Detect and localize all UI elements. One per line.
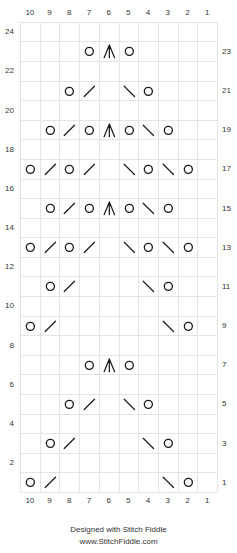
cell-r21-c6 (100, 82, 120, 102)
row-label-left-3 (0, 433, 20, 453)
cell-r2-c1 (198, 454, 218, 473)
cell-r23-c10 (21, 42, 41, 62)
cell-r14-c4 (139, 219, 159, 238)
cell-r23-c9 (41, 42, 61, 62)
cell-r20-c6 (100, 101, 120, 120)
row-label-right-21: 21 (219, 81, 237, 101)
k2tog-icon (80, 238, 99, 257)
cell-r24-c1 (198, 23, 218, 42)
row-label-right-24 (219, 22, 237, 42)
cell-r17-c6 (100, 160, 120, 180)
cell-r13-c5 (120, 238, 140, 258)
cell-r11-c1 (198, 277, 218, 297)
col-label-4: 4 (138, 494, 158, 507)
row-label-left-21 (0, 81, 20, 101)
ssk-icon (120, 82, 139, 101)
cell-r14-c6 (100, 219, 120, 238)
cell-r2-c9 (41, 454, 61, 473)
cell-r1-c7 (80, 473, 100, 493)
row-label-left-8: 8 (0, 335, 20, 355)
cell-r7-c5 (120, 356, 140, 376)
cell-r23-c8 (60, 42, 80, 62)
k2tog-icon (60, 434, 79, 453)
cell-r17-c1 (198, 160, 218, 180)
cell-r20-c10 (21, 101, 41, 120)
cell-r15-c10 (21, 199, 41, 219)
cell-r12-c10 (21, 258, 41, 277)
cell-r2-c10 (21, 454, 41, 473)
row-label-left-2: 2 (0, 453, 20, 473)
cell-r7-c4 (139, 356, 159, 376)
cell-r1-c8 (60, 473, 80, 493)
cell-r5-c1 (198, 395, 218, 415)
cell-r6-c7 (80, 375, 100, 394)
cell-r24-c6 (100, 23, 120, 42)
k2tog-icon (80, 395, 99, 414)
row-label-right-20 (219, 100, 237, 120)
yarn-over-icon (60, 238, 79, 257)
cell-r21-c2 (179, 82, 199, 102)
cell-r21-c4 (139, 82, 159, 102)
cell-r3-c4 (139, 434, 159, 454)
cell-r23-c5 (120, 42, 140, 62)
cell-r2-c6 (100, 454, 120, 473)
row-label-right-4 (219, 414, 237, 434)
row-label-left-24: 24 (0, 22, 20, 42)
row-label-left-15 (0, 198, 20, 218)
row-label-right-8 (219, 335, 237, 355)
cell-r7-c3 (159, 356, 179, 376)
cell-r22-c5 (120, 62, 140, 81)
yarn-over-icon (179, 473, 198, 492)
cell-r2-c3 (159, 454, 179, 473)
cell-r19-c8 (60, 121, 80, 141)
cell-r11-c2 (179, 277, 199, 297)
col-label-8: 8 (59, 6, 79, 19)
col-label-5: 5 (119, 6, 139, 19)
cell-r16-c1 (198, 180, 218, 199)
cell-r13-c2 (179, 238, 199, 258)
row-label-right-13: 13 (219, 237, 237, 257)
cell-r5-c3 (159, 395, 179, 415)
cell-r24-c5 (120, 23, 140, 42)
row-label-left-9 (0, 316, 20, 336)
cell-r16-c6 (100, 180, 120, 199)
cell-r15-c4 (139, 199, 159, 219)
cell-r21-c5 (120, 82, 140, 102)
cell-r12-c3 (159, 258, 179, 277)
cell-r19-c4 (139, 121, 159, 141)
cell-r24-c4 (139, 23, 159, 42)
cell-r2-c4 (139, 454, 159, 473)
yarn-over-icon (60, 160, 79, 179)
cell-r11-c6 (100, 277, 120, 297)
row-label-left-20: 20 (0, 100, 20, 120)
cell-r4-c1 (198, 415, 218, 434)
col-label-4: 4 (138, 6, 158, 19)
ssk-icon (120, 238, 139, 257)
k2tog-icon (41, 473, 60, 492)
cell-r24-c8 (60, 23, 80, 42)
yarn-over-icon (21, 317, 40, 336)
cell-r12-c4 (139, 258, 159, 277)
cell-r23-c4 (139, 42, 159, 62)
cell-r4-c7 (80, 415, 100, 434)
row-label-right-22 (219, 61, 237, 81)
col-label-1: 1 (197, 6, 217, 19)
cell-r3-c3 (159, 434, 179, 454)
row-label-left-17 (0, 159, 20, 179)
cell-r8-c6 (100, 336, 120, 355)
cell-r11-c7 (80, 277, 100, 297)
cell-r21-c9 (41, 82, 61, 102)
yarn-over-icon (179, 238, 198, 257)
cell-r14-c3 (159, 219, 179, 238)
row-label-left-13 (0, 237, 20, 257)
cell-r1-c4 (139, 473, 159, 493)
cell-r4-c5 (120, 415, 140, 434)
cell-r22-c3 (159, 62, 179, 81)
k2tog-icon (60, 121, 79, 140)
cell-r9-c5 (120, 317, 140, 337)
ssk-icon (159, 160, 178, 179)
cell-r8-c8 (60, 336, 80, 355)
cell-r15-c7 (80, 199, 100, 219)
cell-r3-c8 (60, 434, 80, 454)
cell-r14-c8 (60, 219, 80, 238)
k2tog-icon (80, 160, 99, 179)
cell-r16-c9 (41, 180, 61, 199)
column-labels-bottom: 10987654321 (20, 494, 217, 507)
cell-r12-c6 (100, 258, 120, 277)
cell-r7-c2 (179, 356, 199, 376)
cell-r22-c6 (100, 62, 120, 81)
cell-r9-c10 (21, 317, 41, 337)
ssk-icon (120, 160, 139, 179)
cell-r18-c10 (21, 140, 41, 159)
cell-r8-c10 (21, 336, 41, 355)
row-label-right-6 (219, 375, 237, 395)
row-label-right-19: 19 (219, 120, 237, 140)
yarn-over-icon (80, 356, 99, 375)
cell-r15-c9 (41, 199, 61, 219)
cell-r12-c5 (120, 258, 140, 277)
yarn-over-icon (120, 42, 139, 61)
ssk-icon (120, 395, 139, 414)
cell-r5-c6 (100, 395, 120, 415)
yarn-over-icon (41, 121, 60, 140)
cell-r3-c1 (198, 434, 218, 454)
cell-r16-c4 (139, 180, 159, 199)
row-label-right-14 (219, 218, 237, 238)
cell-r7-c1 (198, 356, 218, 376)
yarn-over-icon (139, 160, 158, 179)
cell-r8-c2 (179, 336, 199, 355)
cell-r24-c10 (21, 23, 41, 42)
cell-r14-c5 (120, 219, 140, 238)
cell-r11-c4 (139, 277, 159, 297)
cell-r18-c3 (159, 140, 179, 159)
cell-r24-c2 (179, 23, 199, 42)
cell-r2-c7 (80, 454, 100, 473)
yarn-over-icon (159, 121, 178, 140)
row-label-left-7 (0, 355, 20, 375)
cell-r19-c3 (159, 121, 179, 141)
col-label-2: 2 (178, 6, 198, 19)
chart-grid (20, 22, 218, 493)
col-label-1: 1 (197, 494, 217, 507)
row-label-right-15: 15 (219, 198, 237, 218)
cell-r23-c6 (100, 42, 120, 62)
cell-r20-c5 (120, 101, 140, 120)
col-label-5: 5 (119, 494, 139, 507)
cell-r18-c2 (179, 140, 199, 159)
cell-r1-c2 (179, 473, 199, 493)
row-label-left-16: 16 (0, 179, 20, 199)
cell-r22-c10 (21, 62, 41, 81)
cell-r19-c5 (120, 121, 140, 141)
cell-r6-c9 (41, 375, 61, 394)
col-label-7: 7 (79, 6, 99, 19)
k2tog-icon (60, 277, 79, 296)
row-label-right-17: 17 (219, 159, 237, 179)
ssk-icon (139, 434, 158, 453)
cell-r20-c1 (198, 101, 218, 120)
cell-r4-c9 (41, 415, 61, 434)
cell-r13-c1 (198, 238, 218, 258)
cell-r4-c8 (60, 415, 80, 434)
cell-r12-c8 (60, 258, 80, 277)
cell-r1-c3 (159, 473, 179, 493)
row-label-left-6: 6 (0, 375, 20, 395)
cell-r20-c4 (139, 101, 159, 120)
cell-r23-c1 (198, 42, 218, 62)
cell-r23-c2 (179, 42, 199, 62)
cell-r11-c3 (159, 277, 179, 297)
cell-r14-c1 (198, 219, 218, 238)
cell-r7-c9 (41, 356, 61, 376)
cell-r22-c2 (179, 62, 199, 81)
cell-r1-c10 (21, 473, 41, 493)
cell-r10-c3 (159, 297, 179, 316)
ssk-icon (139, 121, 158, 140)
row-label-left-19 (0, 120, 20, 140)
yarn-over-icon (139, 238, 158, 257)
yarn-over-icon (179, 317, 198, 336)
cell-r14-c7 (80, 219, 100, 238)
col-label-3: 3 (158, 6, 178, 19)
cell-r21-c7 (80, 82, 100, 102)
yarn-over-icon (120, 356, 139, 375)
row-labels-right: 2321191715131197531 (219, 22, 237, 492)
cell-r23-c3 (159, 42, 179, 62)
col-label-9: 9 (40, 6, 60, 19)
cell-r9-c8 (60, 317, 80, 337)
cell-r6-c4 (139, 375, 159, 394)
cell-r11-c8 (60, 277, 80, 297)
cell-r18-c5 (120, 140, 140, 159)
k2tog-icon (41, 317, 60, 336)
row-label-left-4: 4 (0, 414, 20, 434)
cell-r11-c10 (21, 277, 41, 297)
ssk-icon (139, 277, 158, 296)
cell-r7-c10 (21, 356, 41, 376)
row-labels-left: 24222018161412108642 (0, 22, 20, 492)
cell-r4-c6 (100, 415, 120, 434)
cell-r19-c10 (21, 121, 41, 141)
yarn-over-icon (41, 199, 60, 218)
column-labels-top: 10987654321 (20, 6, 217, 19)
yarn-over-icon (60, 82, 79, 101)
row-label-right-18 (219, 140, 237, 160)
col-label-8: 8 (59, 494, 79, 507)
cell-r19-c2 (179, 121, 199, 141)
yarn-over-icon (80, 42, 99, 61)
cell-r21-c1 (198, 82, 218, 102)
cell-r10-c6 (100, 297, 120, 316)
cell-r15-c2 (179, 199, 199, 219)
ssk-icon (139, 199, 158, 218)
ssk-icon (159, 317, 178, 336)
cell-r10-c9 (41, 297, 61, 316)
cell-r6-c8 (60, 375, 80, 394)
cell-r8-c5 (120, 336, 140, 355)
cell-r15-c1 (198, 199, 218, 219)
col-label-10: 10 (20, 6, 40, 19)
cell-r1-c6 (100, 473, 120, 493)
cell-r20-c2 (179, 101, 199, 120)
cell-r7-c7 (80, 356, 100, 376)
cell-r10-c8 (60, 297, 80, 316)
cell-r20-c9 (41, 101, 61, 120)
cell-r14-c10 (21, 219, 41, 238)
cell-r2-c2 (179, 454, 199, 473)
cell-r8-c9 (41, 336, 61, 355)
cell-r20-c3 (159, 101, 179, 120)
cell-r6-c1 (198, 375, 218, 394)
cell-r8-c3 (159, 336, 179, 355)
cell-r13-c6 (100, 238, 120, 258)
cell-r12-c7 (80, 258, 100, 277)
k2tog-icon (60, 199, 79, 218)
row-label-right-23: 23 (219, 42, 237, 62)
cell-r11-c5 (120, 277, 140, 297)
cell-r9-c7 (80, 317, 100, 337)
yarn-over-icon (159, 434, 178, 453)
cell-r21-c8 (60, 82, 80, 102)
cell-r10-c4 (139, 297, 159, 316)
yarn-over-icon (120, 199, 139, 218)
cell-r17-c2 (179, 160, 199, 180)
cell-r3-c9 (41, 434, 61, 454)
central-double-decrease-icon (100, 121, 119, 140)
cell-r24-c9 (41, 23, 61, 42)
cell-r16-c8 (60, 180, 80, 199)
cell-r19-c1 (198, 121, 218, 141)
cell-r12-c9 (41, 258, 61, 277)
cell-r22-c1 (198, 62, 218, 81)
yarn-over-icon (159, 277, 178, 296)
central-double-decrease-icon (100, 199, 119, 218)
cell-r9-c4 (139, 317, 159, 337)
yarn-over-icon (21, 473, 40, 492)
footer-url: www.StitchFiddle.com (0, 536, 237, 548)
cell-r18-c6 (100, 140, 120, 159)
yarn-over-icon (139, 395, 158, 414)
cell-r22-c7 (80, 62, 100, 81)
cell-r4-c4 (139, 415, 159, 434)
ssk-icon (159, 238, 178, 257)
yarn-over-icon (41, 277, 60, 296)
cell-r17-c10 (21, 160, 41, 180)
cell-r10-c5 (120, 297, 140, 316)
footer: Designed with Stitch Fiddle www.StitchFi… (0, 524, 237, 548)
row-label-left-10: 10 (0, 296, 20, 316)
row-label-left-5 (0, 394, 20, 414)
cell-r15-c6 (100, 199, 120, 219)
cell-r13-c3 (159, 238, 179, 258)
yarn-over-icon (120, 121, 139, 140)
cell-r21-c3 (159, 82, 179, 102)
yarn-over-icon (80, 121, 99, 140)
cell-r15-c8 (60, 199, 80, 219)
cell-r22-c8 (60, 62, 80, 81)
k2tog-icon (41, 238, 60, 257)
k2tog-icon (41, 160, 60, 179)
central-double-decrease-icon (100, 42, 119, 61)
cell-r18-c4 (139, 140, 159, 159)
cell-r12-c1 (198, 258, 218, 277)
cell-r1-c9 (41, 473, 61, 493)
cell-r7-c6 (100, 356, 120, 376)
cell-r9-c3 (159, 317, 179, 337)
cell-r5-c8 (60, 395, 80, 415)
col-label-6: 6 (99, 494, 119, 507)
row-label-right-12 (219, 257, 237, 277)
cell-r17-c8 (60, 160, 80, 180)
cell-r20-c8 (60, 101, 80, 120)
row-label-right-1: 1 (219, 472, 237, 492)
cell-r18-c1 (198, 140, 218, 159)
cell-r10-c2 (179, 297, 199, 316)
row-label-left-11 (0, 277, 20, 297)
row-label-right-9: 9 (219, 316, 237, 336)
cell-r13-c8 (60, 238, 80, 258)
yarn-over-icon (60, 395, 79, 414)
row-label-left-23 (0, 42, 20, 62)
row-label-right-10 (219, 296, 237, 316)
cell-r5-c10 (21, 395, 41, 415)
cell-r5-c4 (139, 395, 159, 415)
cell-r8-c1 (198, 336, 218, 355)
cell-r1-c1 (198, 473, 218, 493)
cell-r18-c8 (60, 140, 80, 159)
cell-r2-c5 (120, 454, 140, 473)
cell-r15-c3 (159, 199, 179, 219)
row-label-left-22: 22 (0, 61, 20, 81)
cell-r19-c6 (100, 121, 120, 141)
cell-r3-c6 (100, 434, 120, 454)
cell-r16-c10 (21, 180, 41, 199)
cell-r17-c7 (80, 160, 100, 180)
cell-r4-c3 (159, 415, 179, 434)
row-label-right-5: 5 (219, 394, 237, 414)
cell-r2-c8 (60, 454, 80, 473)
cell-r24-c7 (80, 23, 100, 42)
col-label-7: 7 (79, 494, 99, 507)
cell-r3-c10 (21, 434, 41, 454)
col-label-3: 3 (158, 494, 178, 507)
